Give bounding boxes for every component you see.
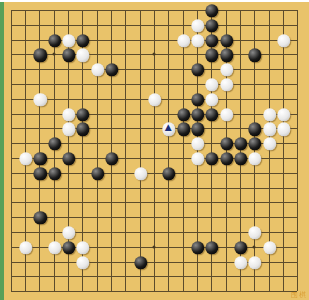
intersection[interactable] xyxy=(233,32,247,47)
black-stone[interactable] xyxy=(34,152,47,165)
intersection[interactable] xyxy=(89,269,103,284)
white-stone[interactable] xyxy=(277,123,290,136)
intersection[interactable] xyxy=(247,32,261,47)
intersection[interactable] xyxy=(89,17,103,32)
black-stone[interactable] xyxy=(134,256,147,269)
intersection[interactable] xyxy=(290,210,304,225)
black-stone[interactable] xyxy=(77,108,90,121)
white-stone[interactable] xyxy=(19,241,32,254)
intersection[interactable] xyxy=(218,195,232,210)
intersection[interactable] xyxy=(218,32,232,47)
intersection[interactable] xyxy=(32,239,46,254)
intersection[interactable] xyxy=(261,91,275,106)
black-stone[interactable] xyxy=(220,152,233,165)
intersection[interactable] xyxy=(118,225,132,240)
intersection[interactable] xyxy=(261,77,275,92)
intersection[interactable] xyxy=(32,165,46,180)
intersection[interactable] xyxy=(4,165,18,180)
intersection[interactable] xyxy=(104,77,118,92)
intersection[interactable] xyxy=(261,195,275,210)
black-stone[interactable] xyxy=(48,34,61,47)
intersection[interactable] xyxy=(46,151,60,166)
white-stone[interactable] xyxy=(191,34,204,47)
intersection[interactable] xyxy=(75,106,89,121)
intersection[interactable] xyxy=(32,32,46,47)
intersection[interactable] xyxy=(61,3,75,18)
intersection[interactable] xyxy=(233,47,247,62)
intersection[interactable] xyxy=(190,210,204,225)
intersection[interactable] xyxy=(75,17,89,32)
black-stone[interactable] xyxy=(206,49,219,62)
intersection[interactable] xyxy=(147,284,161,299)
intersection[interactable] xyxy=(75,121,89,136)
intersection[interactable] xyxy=(261,180,275,195)
black-stone[interactable] xyxy=(206,19,219,32)
intersection[interactable] xyxy=(276,210,290,225)
black-stone[interactable] xyxy=(234,152,247,165)
intersection[interactable] xyxy=(147,47,161,62)
intersection[interactable] xyxy=(218,3,232,18)
black-stone[interactable] xyxy=(234,138,247,151)
intersection[interactable] xyxy=(104,165,118,180)
intersection[interactable] xyxy=(247,254,261,269)
intersection[interactable] xyxy=(75,151,89,166)
intersection[interactable] xyxy=(61,121,75,136)
intersection[interactable] xyxy=(89,284,103,299)
intersection[interactable] xyxy=(290,195,304,210)
intersection[interactable] xyxy=(247,284,261,299)
intersection[interactable] xyxy=(161,17,175,32)
intersection[interactable]: ▲ xyxy=(161,121,175,136)
intersection[interactable] xyxy=(75,210,89,225)
white-stone[interactable] xyxy=(263,123,276,136)
intersection[interactable] xyxy=(161,195,175,210)
intersection[interactable] xyxy=(290,32,304,47)
intersection[interactable] xyxy=(147,32,161,47)
intersection[interactable] xyxy=(104,136,118,151)
intersection[interactable] xyxy=(46,47,60,62)
intersection[interactable] xyxy=(46,269,60,284)
intersection[interactable] xyxy=(147,106,161,121)
intersection[interactable] xyxy=(233,77,247,92)
intersection[interactable] xyxy=(204,47,218,62)
intersection[interactable] xyxy=(247,47,261,62)
intersection[interactable] xyxy=(104,106,118,121)
black-stone[interactable] xyxy=(206,152,219,165)
intersection[interactable] xyxy=(18,17,32,32)
intersection[interactable] xyxy=(204,17,218,32)
black-stone[interactable] xyxy=(48,167,61,180)
intersection[interactable] xyxy=(190,47,204,62)
intersection[interactable] xyxy=(204,3,218,18)
intersection[interactable] xyxy=(161,180,175,195)
intersection[interactable] xyxy=(32,17,46,32)
intersection[interactable] xyxy=(18,62,32,77)
intersection[interactable] xyxy=(147,269,161,284)
intersection[interactable] xyxy=(18,3,32,18)
intersection[interactable] xyxy=(233,3,247,18)
go-board[interactable]: ▲ xyxy=(0,0,309,300)
intersection[interactable] xyxy=(190,3,204,18)
intersection[interactable] xyxy=(218,17,232,32)
black-stone[interactable] xyxy=(191,108,204,121)
intersection[interactable] xyxy=(75,239,89,254)
intersection[interactable] xyxy=(204,180,218,195)
intersection[interactable] xyxy=(247,165,261,180)
intersection[interactable] xyxy=(204,210,218,225)
intersection[interactable] xyxy=(118,136,132,151)
intersection[interactable] xyxy=(218,121,232,136)
intersection[interactable] xyxy=(104,195,118,210)
intersection[interactable] xyxy=(161,91,175,106)
intersection[interactable] xyxy=(132,151,146,166)
intersection[interactable] xyxy=(233,210,247,225)
intersection[interactable] xyxy=(276,3,290,18)
black-stone[interactable] xyxy=(206,4,219,17)
intersection[interactable] xyxy=(46,91,60,106)
intersection[interactable] xyxy=(89,136,103,151)
intersection[interactable] xyxy=(204,32,218,47)
intersection[interactable] xyxy=(18,32,32,47)
intersection[interactable] xyxy=(218,91,232,106)
intersection[interactable] xyxy=(175,210,189,225)
intersection[interactable] xyxy=(132,62,146,77)
intersection[interactable] xyxy=(190,165,204,180)
intersection[interactable] xyxy=(18,47,32,62)
intersection[interactable] xyxy=(247,136,261,151)
intersection[interactable] xyxy=(147,180,161,195)
black-stone[interactable] xyxy=(48,138,61,151)
intersection[interactable] xyxy=(233,62,247,77)
intersection[interactable] xyxy=(190,91,204,106)
intersection[interactable] xyxy=(61,106,75,121)
intersection[interactable] xyxy=(161,284,175,299)
intersection[interactable] xyxy=(190,151,204,166)
intersection[interactable] xyxy=(261,239,275,254)
intersection[interactable] xyxy=(18,239,32,254)
white-stone[interactable] xyxy=(62,34,75,47)
intersection[interactable] xyxy=(290,254,304,269)
black-stone[interactable] xyxy=(191,93,204,106)
white-stone[interactable] xyxy=(62,123,75,136)
intersection[interactable] xyxy=(118,106,132,121)
intersection[interactable] xyxy=(175,91,189,106)
intersection[interactable] xyxy=(204,136,218,151)
intersection[interactable] xyxy=(276,195,290,210)
intersection[interactable] xyxy=(276,225,290,240)
intersection[interactable] xyxy=(18,225,32,240)
white-stone[interactable] xyxy=(48,241,61,254)
intersection[interactable] xyxy=(247,225,261,240)
white-stone[interactable] xyxy=(34,93,47,106)
intersection[interactable] xyxy=(104,47,118,62)
intersection[interactable] xyxy=(247,269,261,284)
black-stone[interactable] xyxy=(206,241,219,254)
intersection[interactable] xyxy=(4,62,18,77)
intersection[interactable] xyxy=(61,77,75,92)
intersection[interactable] xyxy=(261,254,275,269)
intersection[interactable] xyxy=(89,210,103,225)
white-stone[interactable] xyxy=(277,34,290,47)
intersection[interactable] xyxy=(104,284,118,299)
intersection[interactable] xyxy=(290,165,304,180)
intersection[interactable] xyxy=(190,284,204,299)
black-stone[interactable] xyxy=(105,64,118,77)
intersection[interactable] xyxy=(175,62,189,77)
intersection[interactable] xyxy=(104,17,118,32)
intersection[interactable] xyxy=(261,106,275,121)
intersection[interactable] xyxy=(32,210,46,225)
intersection[interactable] xyxy=(290,121,304,136)
black-stone[interactable] xyxy=(62,49,75,62)
intersection[interactable] xyxy=(290,62,304,77)
intersection[interactable] xyxy=(147,225,161,240)
intersection[interactable] xyxy=(46,210,60,225)
intersection[interactable] xyxy=(132,284,146,299)
intersection[interactable] xyxy=(18,136,32,151)
intersection[interactable] xyxy=(218,180,232,195)
intersection[interactable] xyxy=(104,225,118,240)
intersection[interactable] xyxy=(247,180,261,195)
white-stone[interactable] xyxy=(148,93,161,106)
intersection[interactable] xyxy=(290,239,304,254)
intersection[interactable] xyxy=(18,121,32,136)
intersection[interactable] xyxy=(32,47,46,62)
intersection[interactable] xyxy=(89,239,103,254)
intersection[interactable] xyxy=(247,17,261,32)
intersection[interactable] xyxy=(132,136,146,151)
intersection[interactable] xyxy=(190,269,204,284)
intersection[interactable] xyxy=(46,32,60,47)
intersection[interactable] xyxy=(290,47,304,62)
white-stone[interactable] xyxy=(249,152,262,165)
white-stone[interactable] xyxy=(77,49,90,62)
intersection[interactable] xyxy=(175,284,189,299)
intersection[interactable] xyxy=(75,225,89,240)
black-stone[interactable] xyxy=(206,108,219,121)
intersection[interactable] xyxy=(147,195,161,210)
intersection[interactable] xyxy=(118,165,132,180)
intersection[interactable] xyxy=(233,165,247,180)
intersection[interactable] xyxy=(132,17,146,32)
intersection[interactable] xyxy=(276,17,290,32)
intersection[interactable] xyxy=(147,121,161,136)
white-stone[interactable] xyxy=(220,108,233,121)
intersection[interactable] xyxy=(89,151,103,166)
intersection[interactable] xyxy=(18,165,32,180)
intersection[interactable] xyxy=(204,62,218,77)
black-stone[interactable] xyxy=(34,167,47,180)
intersection[interactable] xyxy=(4,121,18,136)
intersection[interactable] xyxy=(118,62,132,77)
intersection[interactable] xyxy=(190,106,204,121)
black-stone[interactable] xyxy=(34,212,47,225)
intersection[interactable] xyxy=(276,239,290,254)
intersection[interactable] xyxy=(276,121,290,136)
intersection[interactable] xyxy=(261,269,275,284)
intersection[interactable] xyxy=(204,239,218,254)
white-stone[interactable] xyxy=(234,256,247,269)
intersection[interactable] xyxy=(147,62,161,77)
intersection[interactable] xyxy=(261,225,275,240)
intersection[interactable] xyxy=(147,165,161,180)
intersection[interactable] xyxy=(261,47,275,62)
intersection[interactable] xyxy=(104,32,118,47)
intersection[interactable] xyxy=(61,269,75,284)
intersection[interactable] xyxy=(89,77,103,92)
intersection[interactable] xyxy=(204,195,218,210)
intersection[interactable] xyxy=(175,47,189,62)
intersection[interactable] xyxy=(290,136,304,151)
intersection[interactable] xyxy=(261,136,275,151)
white-stone[interactable] xyxy=(62,108,75,121)
intersection[interactable] xyxy=(61,165,75,180)
white-stone[interactable] xyxy=(263,138,276,151)
intersection[interactable] xyxy=(161,3,175,18)
intersection[interactable] xyxy=(132,47,146,62)
intersection[interactable] xyxy=(32,284,46,299)
intersection[interactable] xyxy=(18,210,32,225)
intersection[interactable] xyxy=(132,180,146,195)
intersection[interactable] xyxy=(75,284,89,299)
intersection[interactable] xyxy=(175,165,189,180)
intersection[interactable] xyxy=(204,121,218,136)
intersection[interactable] xyxy=(175,180,189,195)
intersection[interactable] xyxy=(61,151,75,166)
intersection[interactable] xyxy=(104,121,118,136)
intersection[interactable] xyxy=(118,180,132,195)
intersection[interactable] xyxy=(32,254,46,269)
intersection[interactable] xyxy=(132,210,146,225)
intersection[interactable] xyxy=(75,136,89,151)
intersection[interactable] xyxy=(247,77,261,92)
intersection[interactable] xyxy=(233,136,247,151)
intersection[interactable] xyxy=(290,225,304,240)
intersection[interactable] xyxy=(161,269,175,284)
intersection[interactable] xyxy=(161,165,175,180)
intersection[interactable] xyxy=(247,106,261,121)
intersection[interactable] xyxy=(147,77,161,92)
intersection[interactable] xyxy=(261,62,275,77)
intersection[interactable] xyxy=(233,284,247,299)
intersection[interactable] xyxy=(161,254,175,269)
intersection[interactable] xyxy=(4,269,18,284)
intersection[interactable] xyxy=(147,239,161,254)
intersection[interactable] xyxy=(175,121,189,136)
intersection[interactable] xyxy=(218,210,232,225)
intersection[interactable] xyxy=(4,32,18,47)
black-stone[interactable] xyxy=(220,34,233,47)
intersection[interactable] xyxy=(190,136,204,151)
intersection[interactable] xyxy=(18,106,32,121)
intersection[interactable] xyxy=(61,32,75,47)
intersection[interactable] xyxy=(276,106,290,121)
intersection[interactable] xyxy=(75,32,89,47)
intersection[interactable] xyxy=(118,91,132,106)
intersection[interactable] xyxy=(46,17,60,32)
intersection[interactable] xyxy=(175,3,189,18)
intersection[interactable] xyxy=(190,77,204,92)
intersection[interactable] xyxy=(4,180,18,195)
intersection[interactable] xyxy=(290,269,304,284)
intersection[interactable] xyxy=(276,32,290,47)
intersection[interactable] xyxy=(18,254,32,269)
intersection[interactable] xyxy=(276,165,290,180)
intersection[interactable] xyxy=(89,47,103,62)
intersection[interactable] xyxy=(132,254,146,269)
intersection[interactable] xyxy=(61,210,75,225)
intersection[interactable] xyxy=(4,91,18,106)
white-stone[interactable] xyxy=(177,34,190,47)
intersection[interactable] xyxy=(175,239,189,254)
intersection[interactable] xyxy=(118,239,132,254)
white-stone[interactable] xyxy=(263,241,276,254)
intersection[interactable] xyxy=(75,180,89,195)
intersection[interactable] xyxy=(276,151,290,166)
intersection[interactable] xyxy=(89,3,103,18)
intersection[interactable] xyxy=(61,62,75,77)
intersection[interactable] xyxy=(233,180,247,195)
intersection[interactable] xyxy=(89,32,103,47)
intersection[interactable] xyxy=(32,106,46,121)
black-stone[interactable] xyxy=(105,152,118,165)
intersection[interactable] xyxy=(118,32,132,47)
intersection[interactable] xyxy=(218,62,232,77)
intersection[interactable] xyxy=(61,195,75,210)
intersection[interactable] xyxy=(89,62,103,77)
intersection[interactable] xyxy=(247,151,261,166)
intersection[interactable] xyxy=(89,195,103,210)
intersection[interactable] xyxy=(104,269,118,284)
intersection[interactable] xyxy=(218,47,232,62)
intersection[interactable] xyxy=(161,225,175,240)
intersection[interactable] xyxy=(18,151,32,166)
intersection[interactable] xyxy=(46,239,60,254)
intersection[interactable] xyxy=(46,62,60,77)
black-stone[interactable] xyxy=(177,108,190,121)
intersection[interactable] xyxy=(132,77,146,92)
intersection[interactable] xyxy=(276,136,290,151)
intersection[interactable] xyxy=(161,62,175,77)
intersection[interactable] xyxy=(104,239,118,254)
black-stone[interactable] xyxy=(249,49,262,62)
intersection[interactable] xyxy=(132,269,146,284)
intersection[interactable] xyxy=(32,180,46,195)
intersection[interactable] xyxy=(204,269,218,284)
intersection[interactable] xyxy=(89,180,103,195)
intersection[interactable] xyxy=(175,195,189,210)
intersection[interactable] xyxy=(4,106,18,121)
intersection[interactable] xyxy=(190,254,204,269)
white-stone[interactable] xyxy=(263,108,276,121)
intersection[interactable] xyxy=(233,151,247,166)
intersection[interactable] xyxy=(218,254,232,269)
intersection[interactable] xyxy=(61,254,75,269)
black-stone[interactable] xyxy=(34,49,47,62)
white-stone[interactable] xyxy=(62,226,75,239)
intersection[interactable] xyxy=(247,62,261,77)
intersection[interactable] xyxy=(46,254,60,269)
intersection[interactable] xyxy=(190,180,204,195)
intersection[interactable] xyxy=(132,239,146,254)
intersection[interactable] xyxy=(175,254,189,269)
intersection[interactable] xyxy=(89,91,103,106)
intersection[interactable] xyxy=(18,180,32,195)
intersection[interactable] xyxy=(4,284,18,299)
intersection[interactable] xyxy=(261,32,275,47)
intersection[interactable] xyxy=(104,180,118,195)
black-stone[interactable] xyxy=(206,34,219,47)
